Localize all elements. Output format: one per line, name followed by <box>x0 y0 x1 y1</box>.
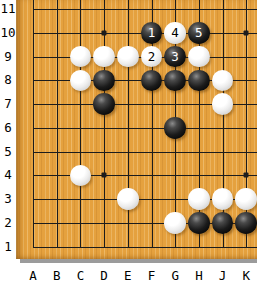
row-label-4: 4 <box>0 167 16 183</box>
board-point-K2[interactable] <box>234 211 257 235</box>
row-label-1: 1 <box>0 239 16 255</box>
board-point-G2[interactable] <box>163 211 187 235</box>
black-stone <box>93 93 115 115</box>
black-stone <box>164 70 186 92</box>
board-point-F11[interactable] <box>140 0 164 21</box>
board-point-A1[interactable] <box>21 235 45 259</box>
board-point-D10[interactable] <box>92 21 116 45</box>
board-point-J3[interactable] <box>211 187 235 211</box>
board-point-E4[interactable] <box>116 163 140 187</box>
col-label-K: K <box>237 268 255 284</box>
white-stone <box>188 46 210 68</box>
white-stone: 4 <box>164 22 186 44</box>
board-point-B8[interactable] <box>45 68 69 92</box>
board-point-C1[interactable] <box>69 235 93 259</box>
go-board-diagram: 14523 1110987654321 ABCDEFGHJK <box>0 0 257 284</box>
board-point-F6[interactable] <box>140 116 164 140</box>
board-point-E2[interactable] <box>116 211 140 235</box>
board-point-G9[interactable]: 3 <box>163 45 187 69</box>
black-stone <box>141 70 163 92</box>
board-point-A9[interactable] <box>21 45 45 69</box>
move-number: 1 <box>148 22 156 44</box>
board-point-B6[interactable] <box>45 116 69 140</box>
row-label-3: 3 <box>0 191 16 207</box>
board-point-K7[interactable] <box>234 92 257 116</box>
board-point-D9[interactable] <box>92 45 116 69</box>
board-point-F5[interactable] <box>140 140 164 164</box>
board-point-C7[interactable] <box>69 92 93 116</box>
board-point-K9[interactable] <box>234 45 257 69</box>
board-point-D11[interactable] <box>92 0 116 21</box>
board-point-G6[interactable] <box>163 116 187 140</box>
white-stone <box>117 188 139 210</box>
board-point-F10[interactable]: 1 <box>140 21 164 45</box>
board-point-K3[interactable] <box>234 187 257 211</box>
black-stone <box>188 70 210 92</box>
board-point-G3[interactable] <box>163 187 187 211</box>
board-point-K11[interactable] <box>234 0 257 21</box>
row-label-6: 6 <box>0 120 16 136</box>
board-point-A4[interactable] <box>21 163 45 187</box>
board-point-D4[interactable] <box>92 163 116 187</box>
board-point-A11[interactable] <box>21 0 45 21</box>
board-point-F7[interactable] <box>140 92 164 116</box>
board-point-G5[interactable] <box>163 140 187 164</box>
board-point-D1[interactable] <box>92 235 116 259</box>
white-stone <box>235 188 257 210</box>
move-number: 2 <box>148 46 156 68</box>
black-stone <box>188 212 210 234</box>
board-point-D2[interactable] <box>92 211 116 235</box>
board-point-H11[interactable] <box>187 0 211 21</box>
board-point-H8[interactable] <box>187 68 211 92</box>
star-point <box>244 30 249 35</box>
board-point-H5[interactable] <box>187 140 211 164</box>
board-point-J1[interactable] <box>211 235 235 259</box>
board-point-A7[interactable] <box>21 92 45 116</box>
white-stone: 2 <box>141 46 163 68</box>
row-label-7: 7 <box>0 96 16 112</box>
board-point-D3[interactable] <box>92 187 116 211</box>
board-point-E9[interactable] <box>116 45 140 69</box>
board-point-D5[interactable] <box>92 140 116 164</box>
board-point-A3[interactable] <box>21 187 45 211</box>
board-point-F8[interactable] <box>140 68 164 92</box>
black-stone <box>164 117 186 139</box>
board-point-C10[interactable] <box>69 21 93 45</box>
move-number: 4 <box>171 22 179 44</box>
board-point-A5[interactable] <box>21 140 45 164</box>
board-point-C2[interactable] <box>69 211 93 235</box>
board-point-H1[interactable] <box>187 235 211 259</box>
board-point-G7[interactable] <box>163 92 187 116</box>
board-point-K8[interactable] <box>234 68 257 92</box>
board-point-A2[interactable] <box>21 211 45 235</box>
board-grid: 14523 <box>21 0 257 259</box>
board-point-G11[interactable] <box>163 0 187 21</box>
board-point-A8[interactable] <box>21 68 45 92</box>
row-label-11: 11 <box>0 1 16 17</box>
board-point-C4[interactable] <box>69 163 93 187</box>
board-point-D8[interactable] <box>92 68 116 92</box>
star-point <box>102 173 107 178</box>
board-point-J2[interactable] <box>211 211 235 235</box>
col-label-B: B <box>48 268 66 284</box>
board-point-F1[interactable] <box>140 235 164 259</box>
board-point-E5[interactable] <box>116 140 140 164</box>
board-point-A10[interactable] <box>21 21 45 45</box>
board-point-E6[interactable] <box>116 116 140 140</box>
col-label-C: C <box>71 268 89 284</box>
board-point-J7[interactable] <box>211 92 235 116</box>
board-point-K6[interactable] <box>234 116 257 140</box>
col-label-F: F <box>143 268 161 284</box>
col-label-E: E <box>119 268 137 284</box>
board-point-G4[interactable] <box>163 163 187 187</box>
black-stone: 1 <box>141 22 163 44</box>
board-point-B1[interactable] <box>45 235 69 259</box>
board-point-K5[interactable] <box>234 140 257 164</box>
row-label-5: 5 <box>0 144 16 160</box>
board-point-H7[interactable] <box>187 92 211 116</box>
white-stone <box>93 46 115 68</box>
board-point-E10[interactable] <box>116 21 140 45</box>
black-stone <box>235 212 257 234</box>
board-point-E7[interactable] <box>116 92 140 116</box>
row-label-8: 8 <box>0 72 16 88</box>
white-stone <box>212 70 234 92</box>
white-stone <box>212 93 234 115</box>
col-label-H: H <box>190 268 208 284</box>
board-point-F9[interactable]: 2 <box>140 45 164 69</box>
board-point-B11[interactable] <box>45 0 69 21</box>
board-point-J10[interactable] <box>211 21 235 45</box>
white-stone <box>212 188 234 210</box>
board-point-H4[interactable] <box>187 163 211 187</box>
board-point-B4[interactable] <box>45 163 69 187</box>
board-point-E1[interactable] <box>116 235 140 259</box>
col-label-G: G <box>166 268 184 284</box>
board-point-J11[interactable] <box>211 0 235 21</box>
star-point <box>102 30 107 35</box>
black-stone: 5 <box>188 22 210 44</box>
board-point-C11[interactable] <box>69 0 93 21</box>
board-point-B10[interactable] <box>45 21 69 45</box>
board-point-J5[interactable] <box>211 140 235 164</box>
board-point-G10[interactable]: 4 <box>163 21 187 45</box>
board-point-F2[interactable] <box>140 211 164 235</box>
board-point-C3[interactable] <box>69 187 93 211</box>
board-point-A6[interactable] <box>21 116 45 140</box>
board-point-D7[interactable] <box>92 92 116 116</box>
white-stone <box>188 188 210 210</box>
white-stone <box>70 165 92 187</box>
board-point-E8[interactable] <box>116 68 140 92</box>
board-point-B7[interactable] <box>45 92 69 116</box>
board-point-G1[interactable] <box>163 235 187 259</box>
move-number: 5 <box>195 22 203 44</box>
row-label-9: 9 <box>0 49 16 65</box>
board-point-H10[interactable]: 5 <box>187 21 211 45</box>
board-point-K10[interactable] <box>234 21 257 45</box>
black-stone <box>93 70 115 92</box>
col-label-A: A <box>24 268 42 284</box>
board-point-J6[interactable] <box>211 116 235 140</box>
board-point-B5[interactable] <box>45 140 69 164</box>
board-point-D6[interactable] <box>92 116 116 140</box>
white-stone <box>117 46 139 68</box>
black-stone: 3 <box>164 46 186 68</box>
board-point-G8[interactable] <box>163 68 187 92</box>
board-point-K1[interactable] <box>234 235 257 259</box>
board-point-E11[interactable] <box>116 0 140 21</box>
board-point-F3[interactable] <box>140 187 164 211</box>
white-stone <box>70 46 92 68</box>
board-point-H2[interactable] <box>187 211 211 235</box>
board-point-C9[interactable] <box>69 45 93 69</box>
white-stone <box>164 212 186 234</box>
board-point-J8[interactable] <box>211 68 235 92</box>
white-stone <box>70 70 92 92</box>
board-point-C8[interactable] <box>69 68 93 92</box>
board-point-J4[interactable] <box>211 163 235 187</box>
move-number: 3 <box>171 46 179 68</box>
board-point-H6[interactable] <box>187 116 211 140</box>
black-stone <box>212 212 234 234</box>
board-point-H3[interactable] <box>187 187 211 211</box>
board-point-B3[interactable] <box>45 187 69 211</box>
board-point-F4[interactable] <box>140 163 164 187</box>
board-point-K4[interactable] <box>234 163 257 187</box>
board-point-B9[interactable] <box>45 45 69 69</box>
board-point-J9[interactable] <box>211 45 235 69</box>
board-point-H9[interactable] <box>187 45 211 69</box>
board-drop-shadow <box>20 259 257 263</box>
col-label-D: D <box>95 268 113 284</box>
board-point-B2[interactable] <box>45 211 69 235</box>
star-point <box>244 173 249 178</box>
board-point-C6[interactable] <box>69 116 93 140</box>
board-point-C5[interactable] <box>69 140 93 164</box>
col-label-J: J <box>214 268 232 284</box>
row-label-2: 2 <box>0 215 16 231</box>
row-label-10: 10 <box>0 25 16 41</box>
board-point-E3[interactable] <box>116 187 140 211</box>
